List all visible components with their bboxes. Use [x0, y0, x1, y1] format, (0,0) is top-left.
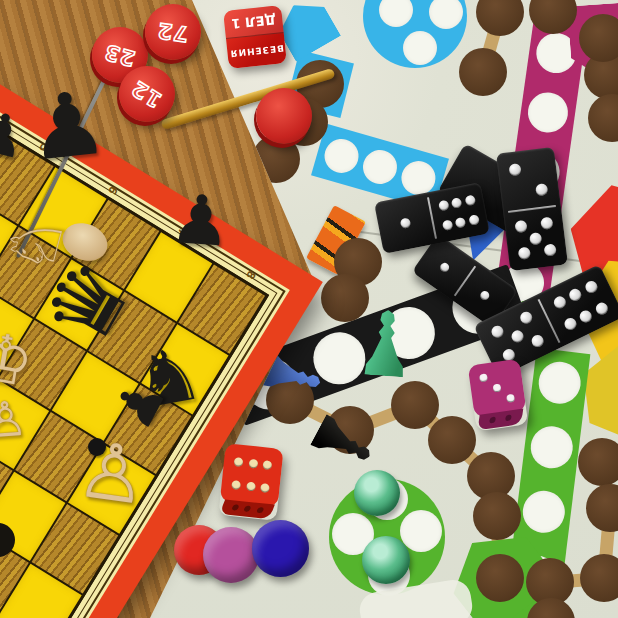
checker-token[interactable]: 12 — [119, 66, 175, 122]
domino-pip — [510, 328, 526, 344]
column-slot — [520, 488, 567, 535]
track-circle — [586, 484, 618, 532]
pawn-shape — [364, 309, 409, 378]
domino-pip — [514, 220, 527, 233]
checker-number: 12 — [127, 76, 166, 113]
domino-pip — [593, 300, 609, 316]
checker-number: 23 — [102, 39, 139, 71]
pawn-green-in-base[interactable] — [362, 536, 410, 584]
domino-pip — [518, 309, 534, 325]
domino-pip — [501, 347, 517, 363]
ludo-arrow-blue — [271, 0, 341, 62]
column-slot — [359, 146, 401, 188]
domino-pip — [439, 261, 452, 274]
domino-pip — [400, 217, 412, 229]
domino-pip — [451, 197, 463, 209]
pawn-green-in-base[interactable] — [354, 470, 400, 516]
column-slot — [536, 359, 583, 406]
track-circle — [252, 135, 300, 183]
domino-pip — [441, 220, 453, 232]
track-circle — [428, 416, 476, 464]
track-circle — [580, 554, 618, 602]
base-slot — [403, 31, 437, 65]
domino-pip — [489, 323, 505, 339]
column-slot — [525, 90, 570, 135]
checker-number: 72 — [156, 18, 190, 46]
domino-pip — [530, 333, 546, 349]
domino-pip — [437, 199, 449, 211]
track-circle — [578, 438, 618, 486]
domino-pip — [578, 308, 594, 324]
checker-token[interactable]: 72 — [145, 4, 201, 60]
domino-pip — [562, 316, 578, 332]
base-slot — [400, 510, 442, 552]
domino-divider — [427, 197, 437, 239]
track-circle — [588, 94, 618, 142]
domino-pip — [535, 183, 548, 196]
track-circle — [391, 381, 439, 429]
domino-pip — [540, 216, 553, 229]
track-circle — [476, 0, 524, 36]
track-circle — [473, 492, 521, 540]
domino-pip — [468, 215, 480, 227]
domino-pip — [552, 295, 568, 311]
column-slot — [321, 135, 363, 177]
domino-divider — [454, 266, 476, 297]
domino-divider — [508, 205, 556, 213]
domino-pip — [517, 247, 530, 260]
photo-canvas: { "game": "assorted classic board games … — [0, 0, 618, 618]
column-slot — [528, 424, 575, 471]
domino-pip — [529, 232, 542, 245]
domino-pip — [583, 280, 599, 296]
domino-pip — [479, 289, 492, 302]
checker-token[interactable]: 23 — [92, 27, 148, 83]
track-circle — [321, 274, 369, 322]
track-circle — [226, 173, 274, 221]
domino-pip — [567, 287, 583, 303]
pawn-green-standing[interactable] — [364, 309, 409, 378]
domino-pip — [464, 194, 476, 206]
domino-pip — [544, 243, 557, 256]
track-circle — [459, 48, 507, 96]
domino-pip — [455, 217, 467, 229]
domino-pip — [509, 163, 522, 176]
track-circle — [476, 554, 524, 602]
